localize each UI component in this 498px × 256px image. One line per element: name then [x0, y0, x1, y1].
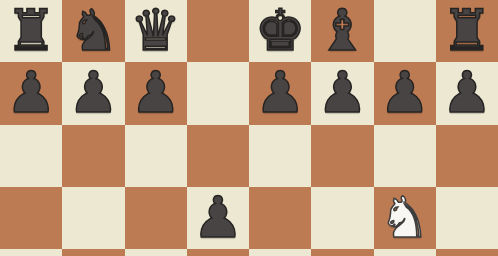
square-b4[interactable] — [62, 249, 124, 256]
square-f5[interactable] — [311, 187, 373, 249]
black-pawn-piece[interactable]: ♟ — [441, 61, 492, 123]
black-knight-piece[interactable]: ♞ — [68, 0, 119, 61]
square-g7[interactable]: ♟ — [374, 62, 436, 124]
square-d4[interactable] — [187, 249, 249, 256]
black-pawn-piece[interactable]: ♟ — [255, 61, 306, 123]
square-b6[interactable] — [62, 125, 124, 187]
square-d6[interactable] — [187, 125, 249, 187]
square-e7[interactable]: ♟ — [249, 62, 311, 124]
white-knight-piece[interactable]: ♞ — [379, 186, 430, 248]
square-b5[interactable] — [62, 187, 124, 249]
square-e8[interactable]: ♚ — [249, 0, 311, 62]
black-pawn-piece[interactable]: ♟ — [130, 61, 181, 123]
black-rook-piece[interactable]: ♜ — [441, 0, 492, 61]
square-d7[interactable] — [187, 62, 249, 124]
black-rook-piece[interactable]: ♜ — [6, 0, 57, 61]
square-g4[interactable] — [374, 249, 436, 256]
square-e6[interactable] — [249, 125, 311, 187]
square-e5[interactable] — [249, 187, 311, 249]
square-a5[interactable] — [0, 187, 62, 249]
chess-app-viewport: ♜♞♛♚♝♜♟♟♟♟♟♟♟♟♞ — [0, 0, 498, 256]
square-b8[interactable]: ♞ — [62, 0, 124, 62]
black-pawn-piece[interactable]: ♟ — [192, 186, 243, 248]
square-h8[interactable]: ♜ — [436, 0, 498, 62]
black-bishop-piece[interactable]: ♝ — [317, 0, 368, 61]
square-d5[interactable]: ♟ — [187, 187, 249, 249]
black-king-piece[interactable]: ♚ — [255, 0, 306, 61]
black-pawn-piece[interactable]: ♟ — [317, 61, 368, 123]
square-a4[interactable] — [0, 249, 62, 256]
square-f4[interactable] — [311, 249, 373, 256]
square-c6[interactable] — [125, 125, 187, 187]
square-f8[interactable]: ♝ — [311, 0, 373, 62]
black-pawn-piece[interactable]: ♟ — [68, 61, 119, 123]
black-queen-piece[interactable]: ♛ — [130, 0, 181, 61]
square-h4[interactable] — [436, 249, 498, 256]
square-h7[interactable]: ♟ — [436, 62, 498, 124]
square-a6[interactable] — [0, 125, 62, 187]
square-g6[interactable] — [374, 125, 436, 187]
square-c5[interactable] — [125, 187, 187, 249]
square-g8[interactable] — [374, 0, 436, 62]
black-pawn-piece[interactable]: ♟ — [6, 61, 57, 123]
square-c4[interactable] — [125, 249, 187, 256]
square-g5[interactable]: ♞ — [374, 187, 436, 249]
square-c8[interactable]: ♛ — [125, 0, 187, 62]
square-a7[interactable]: ♟ — [0, 62, 62, 124]
chess-board: ♜♞♛♚♝♜♟♟♟♟♟♟♟♟♞ — [0, 0, 498, 256]
square-b7[interactable]: ♟ — [62, 62, 124, 124]
square-e4[interactable] — [249, 249, 311, 256]
square-f6[interactable] — [311, 125, 373, 187]
square-f7[interactable]: ♟ — [311, 62, 373, 124]
square-h6[interactable] — [436, 125, 498, 187]
square-h5[interactable] — [436, 187, 498, 249]
square-a8[interactable]: ♜ — [0, 0, 62, 62]
square-c7[interactable]: ♟ — [125, 62, 187, 124]
black-pawn-piece[interactable]: ♟ — [379, 61, 430, 123]
square-d8[interactable] — [187, 0, 249, 62]
